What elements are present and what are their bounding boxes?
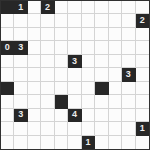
empty-cell-r1c6[interactable] <box>68 1 81 14</box>
empty-cell-r6c4[interactable] <box>41 68 54 81</box>
empty-cell-r7c5[interactable] <box>55 82 68 95</box>
empty-cell-r6c3[interactable] <box>28 68 41 81</box>
empty-cell-r8c3[interactable] <box>28 95 41 108</box>
empty-cell-r11c5[interactable] <box>55 136 68 149</box>
empty-cell-r3c9[interactable] <box>109 28 122 41</box>
empty-cell-r8c10[interactable] <box>122 95 135 108</box>
empty-cell-r3c4[interactable] <box>41 28 54 41</box>
empty-cell-r2c2[interactable] <box>14 14 27 27</box>
empty-cell-r11c10[interactable] <box>122 136 135 149</box>
empty-cell-r1c11[interactable] <box>136 1 149 14</box>
wall-cell-r7c8 <box>95 82 108 95</box>
empty-cell-r3c5[interactable] <box>55 28 68 41</box>
empty-cell-r2c6[interactable] <box>68 14 81 27</box>
clue-wall-cell-r6c10: 3 <box>122 68 135 81</box>
empty-cell-r2c4[interactable] <box>41 14 54 27</box>
clue-wall-cell-r4c1: 0 <box>1 41 14 54</box>
empty-cell-r7c7[interactable] <box>82 82 95 95</box>
empty-cell-r5c11[interactable] <box>136 55 149 68</box>
empty-cell-r10c5[interactable] <box>55 122 68 135</box>
empty-cell-r11c2[interactable] <box>14 136 27 149</box>
empty-cell-r2c1[interactable] <box>1 14 14 27</box>
empty-cell-r8c7[interactable] <box>82 95 95 108</box>
empty-cell-r1c3[interactable] <box>28 1 41 14</box>
empty-cell-r9c7[interactable] <box>82 109 95 122</box>
empty-cell-r6c9[interactable] <box>109 68 122 81</box>
wall-cell-r8c5 <box>55 95 68 108</box>
empty-cell-r9c4[interactable] <box>41 109 54 122</box>
empty-cell-r10c4[interactable] <box>41 122 54 135</box>
clue-wall-cell-r10c11: 1 <box>136 122 149 135</box>
empty-cell-r11c8[interactable] <box>95 136 108 149</box>
empty-cell-r5c10[interactable] <box>122 55 135 68</box>
empty-cell-r7c3[interactable] <box>28 82 41 95</box>
empty-cell-r1c9[interactable] <box>109 1 122 14</box>
empty-cell-r9c3[interactable] <box>28 109 41 122</box>
empty-cell-r9c8[interactable] <box>95 109 108 122</box>
empty-cell-r2c7[interactable] <box>82 14 95 27</box>
empty-cell-r4c6[interactable] <box>68 41 81 54</box>
wall-cell-r7c1 <box>1 82 14 95</box>
empty-cell-r3c3[interactable] <box>28 28 41 41</box>
empty-cell-r10c8[interactable] <box>95 122 108 135</box>
empty-cell-r3c10[interactable] <box>122 28 135 41</box>
empty-cell-r5c5[interactable] <box>55 55 68 68</box>
empty-cell-r11c1[interactable] <box>1 136 14 149</box>
empty-cell-r3c11[interactable] <box>136 28 149 41</box>
clue-wall-cell-r5c6: 3 <box>68 55 81 68</box>
empty-cell-r8c11[interactable] <box>136 95 149 108</box>
empty-cell-r10c7[interactable] <box>82 122 95 135</box>
empty-cell-r7c6[interactable] <box>68 82 81 95</box>
empty-cell-r6c7[interactable] <box>82 68 95 81</box>
empty-cell-r8c8[interactable] <box>95 95 108 108</box>
empty-cell-r7c9[interactable] <box>109 82 122 95</box>
empty-cell-r4c8[interactable] <box>95 41 108 54</box>
empty-cell-r4c5[interactable] <box>55 41 68 54</box>
empty-cell-r8c2[interactable] <box>14 95 27 108</box>
empty-cell-r4c11[interactable] <box>136 41 149 54</box>
empty-cell-r5c8[interactable] <box>95 55 108 68</box>
empty-cell-r7c4[interactable] <box>41 82 54 95</box>
empty-cell-r11c11[interactable] <box>136 136 149 149</box>
empty-cell-r2c3[interactable] <box>28 14 41 27</box>
clue-wall-cell-r1c2: 1 <box>14 1 27 14</box>
empty-cell-r6c2[interactable] <box>14 68 27 81</box>
empty-cell-r11c6[interactable] <box>68 136 81 149</box>
empty-cell-r3c2[interactable] <box>14 28 27 41</box>
empty-cell-r9c10[interactable] <box>122 109 135 122</box>
empty-cell-r5c1[interactable] <box>1 55 14 68</box>
empty-cell-r2c5[interactable] <box>55 14 68 27</box>
empty-cell-r10c10[interactable] <box>122 122 135 135</box>
empty-cell-r10c2[interactable] <box>14 122 27 135</box>
empty-cell-r8c6[interactable] <box>68 95 81 108</box>
empty-cell-r2c8[interactable] <box>95 14 108 27</box>
clue-wall-cell-r4c2: 3 <box>14 41 27 54</box>
clue-wall-cell-r2c11: 2 <box>136 14 149 27</box>
empty-cell-r8c9[interactable] <box>109 95 122 108</box>
empty-cell-r9c1[interactable] <box>1 109 14 122</box>
empty-cell-r6c5[interactable] <box>55 68 68 81</box>
empty-cell-r7c2[interactable] <box>14 82 27 95</box>
clue-wall-cell-r11c7: 1 <box>82 136 95 149</box>
empty-cell-r4c4[interactable] <box>41 41 54 54</box>
empty-cell-r8c4[interactable] <box>41 95 54 108</box>
empty-cell-r1c7[interactable] <box>82 1 95 14</box>
puzzle-board: 12203333411 <box>0 0 150 150</box>
empty-cell-r3c8[interactable] <box>95 28 108 41</box>
empty-cell-r5c2[interactable] <box>14 55 27 68</box>
empty-cell-r2c10[interactable] <box>122 14 135 27</box>
empty-cell-r10c3[interactable] <box>28 122 41 135</box>
empty-cell-r6c6[interactable] <box>68 68 81 81</box>
clue-wall-cell-r9c2: 3 <box>14 109 27 122</box>
empty-cell-r2c9[interactable] <box>109 14 122 27</box>
empty-cell-r10c6[interactable] <box>68 122 81 135</box>
empty-cell-r7c10[interactable] <box>122 82 135 95</box>
empty-cell-r11c4[interactable] <box>41 136 54 149</box>
empty-cell-r6c11[interactable] <box>136 68 149 81</box>
empty-cell-r6c1[interactable] <box>1 68 14 81</box>
empty-cell-r11c9[interactable] <box>109 136 122 149</box>
empty-cell-r11c3[interactable] <box>28 136 41 149</box>
empty-cell-r5c7[interactable] <box>82 55 95 68</box>
empty-cell-r1c5[interactable] <box>55 1 68 14</box>
clue-wall-cell-r9c6: 4 <box>68 109 81 122</box>
empty-cell-r3c6[interactable] <box>68 28 81 41</box>
empty-cell-r5c3[interactable] <box>28 55 41 68</box>
empty-cell-r9c11[interactable] <box>136 109 149 122</box>
empty-cell-r1c8[interactable] <box>95 1 108 14</box>
empty-cell-r9c5[interactable] <box>55 109 68 122</box>
empty-cell-r5c4[interactable] <box>41 55 54 68</box>
empty-cell-r7c11[interactable] <box>136 82 149 95</box>
clue-wall-cell-r1c4: 2 <box>41 1 54 14</box>
empty-cell-r4c3[interactable] <box>28 41 41 54</box>
empty-cell-r9c9[interactable] <box>109 109 122 122</box>
empty-cell-r3c1[interactable] <box>1 28 14 41</box>
empty-cell-r1c10[interactable] <box>122 1 135 14</box>
empty-cell-r4c7[interactable] <box>82 41 95 54</box>
wall-cell-r1c1 <box>1 1 14 14</box>
empty-cell-r4c10[interactable] <box>122 41 135 54</box>
empty-cell-r6c8[interactable] <box>95 68 108 81</box>
empty-cell-r10c1[interactable] <box>1 122 14 135</box>
empty-cell-r3c7[interactable] <box>82 28 95 41</box>
empty-cell-r5c9[interactable] <box>109 55 122 68</box>
empty-cell-r8c1[interactable] <box>1 95 14 108</box>
empty-cell-r10c9[interactable] <box>109 122 122 135</box>
empty-cell-r4c9[interactable] <box>109 41 122 54</box>
